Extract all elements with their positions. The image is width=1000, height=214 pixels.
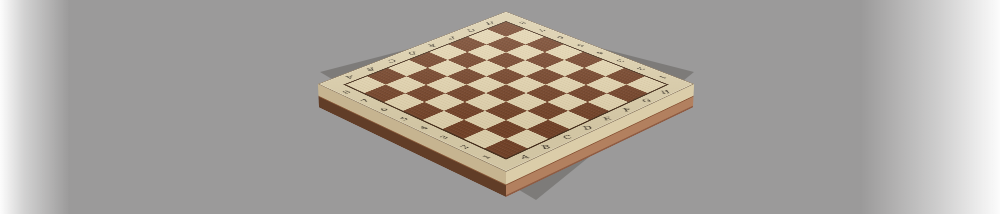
file-label: A xyxy=(520,154,530,160)
file-label: G xyxy=(641,98,652,103)
file-label: C xyxy=(562,135,573,141)
board-square xyxy=(463,129,506,148)
board-square xyxy=(527,120,569,139)
rank-label: 5 xyxy=(575,43,586,47)
rank-label: 8 xyxy=(341,90,352,95)
file-label: E xyxy=(602,116,612,121)
board-square xyxy=(485,120,527,139)
board-square xyxy=(443,120,485,139)
board-square xyxy=(403,102,444,120)
board-square xyxy=(445,85,485,102)
file-label: D xyxy=(407,51,417,56)
rank-label: 2 xyxy=(635,67,647,72)
file-label: G xyxy=(466,28,476,32)
board-square xyxy=(465,93,506,111)
file-label: H xyxy=(484,21,494,25)
board-square xyxy=(588,93,629,111)
rank-label: 6 xyxy=(379,107,391,112)
file-label: D xyxy=(582,125,593,130)
board-square xyxy=(485,102,526,120)
board-square xyxy=(365,85,405,102)
rank-label: 5 xyxy=(398,116,410,121)
board-square xyxy=(568,102,609,120)
rank-label: 1 xyxy=(656,75,668,80)
board-square xyxy=(444,102,485,120)
board-square xyxy=(464,111,506,129)
board-square xyxy=(526,85,566,102)
board-square xyxy=(547,93,588,111)
board-square xyxy=(548,111,590,129)
rank-label: 3 xyxy=(615,59,626,64)
board-square xyxy=(423,111,465,129)
board-square xyxy=(424,93,465,111)
board-square xyxy=(405,85,445,102)
rank-label: 7 xyxy=(536,28,547,32)
rank-label: 6 xyxy=(555,35,566,39)
file-label: C xyxy=(387,59,396,64)
chessboard: 87654321 87654321 HGFEDCBA HGFEDCBA xyxy=(318,11,694,171)
chessboard-scene: 87654321 87654321 HGFEDCBA HGFEDCBA xyxy=(0,0,1000,214)
board-square xyxy=(607,85,647,102)
file-label: H xyxy=(659,90,671,95)
page-background: 87654321 87654321 HGFEDCBA HGFEDCBA xyxy=(0,0,1000,214)
file-label: B xyxy=(366,67,375,72)
file-label: F xyxy=(622,107,632,112)
board-square xyxy=(384,93,425,111)
file-label: A xyxy=(345,75,354,80)
rank-label: 8 xyxy=(517,21,528,25)
board-square xyxy=(506,111,548,129)
rank-label: 4 xyxy=(418,125,430,130)
rank-label: 1 xyxy=(480,154,493,160)
board-square xyxy=(527,102,568,120)
board-square xyxy=(506,93,547,111)
rank-label: 2 xyxy=(459,144,471,150)
rank-label: 4 xyxy=(594,51,605,56)
rank-label: 3 xyxy=(438,135,450,141)
board-square xyxy=(506,129,549,148)
board-square xyxy=(484,139,527,159)
file-label: B xyxy=(541,144,552,150)
file-label: E xyxy=(427,43,436,47)
rank-label: 7 xyxy=(360,98,372,103)
file-label: F xyxy=(447,35,456,39)
board-square xyxy=(567,85,607,102)
board-top-face: 87654321 87654321 HGFEDCBA HGFEDCBA xyxy=(318,11,694,171)
board-square xyxy=(486,85,526,102)
